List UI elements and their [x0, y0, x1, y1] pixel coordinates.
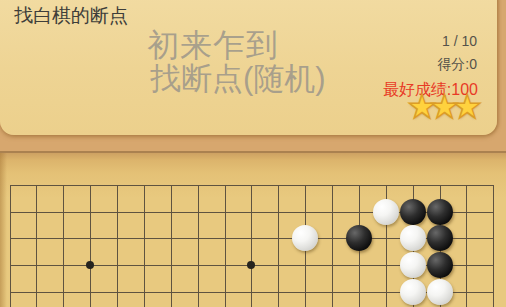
- grid-vertical-line: [493, 185, 494, 307]
- white-stone: [292, 225, 318, 251]
- grid-vertical-line: [225, 185, 226, 307]
- black-stone: [346, 225, 372, 251]
- grid-vertical-line: [278, 185, 279, 307]
- grid-vertical-line: [117, 185, 118, 307]
- black-stone: [427, 225, 453, 251]
- grid-vertical-line: [198, 185, 199, 307]
- app-screen: 找白棋的断点 初来乍到 找断点(随机) 1 / 10 得分:0 最好成绩:100…: [0, 0, 506, 307]
- puzzle-title: 找白棋的断点: [14, 3, 128, 29]
- grid-vertical-line: [144, 185, 145, 307]
- grid-vertical-line: [63, 185, 64, 307]
- grid-vertical-line: [90, 185, 91, 307]
- white-stone: [400, 225, 426, 251]
- white-stone: [400, 279, 426, 305]
- black-stone: [427, 199, 453, 225]
- grid-vertical-line: [466, 185, 467, 307]
- star-rating: ★★★: [407, 90, 482, 123]
- hoshi-point: [86, 261, 94, 269]
- board-grid: [10, 185, 495, 307]
- black-stone: [427, 252, 453, 278]
- go-board[interactable]: [0, 153, 506, 307]
- score-text: 得分:0: [437, 56, 477, 74]
- watermark-mode-name: 找断点(随机): [150, 58, 326, 100]
- grid-vertical-line: [171, 185, 172, 307]
- star-icon: ★: [452, 90, 482, 123]
- white-stone: [373, 199, 399, 225]
- grid-vertical-line: [36, 185, 37, 307]
- progress-counter: 1 / 10: [442, 33, 477, 49]
- black-stone: [400, 199, 426, 225]
- grid-horizontal-line: [10, 185, 494, 186]
- white-stone: [400, 252, 426, 278]
- grid-vertical-line: [251, 185, 252, 307]
- grid-vertical-line: [332, 185, 333, 307]
- hoshi-point: [247, 261, 255, 269]
- white-stone: [427, 279, 453, 305]
- grid-vertical-line: [10, 185, 11, 307]
